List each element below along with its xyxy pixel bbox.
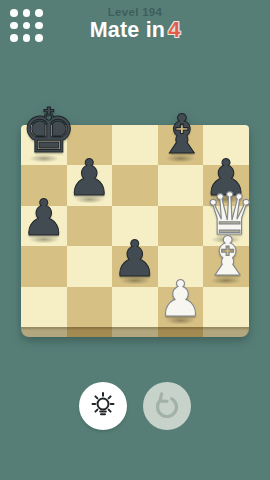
lightbulb-icon bbox=[88, 391, 118, 421]
square-b3[interactable] bbox=[67, 206, 113, 246]
board-front-edge bbox=[21, 327, 249, 337]
square-c1[interactable] bbox=[112, 287, 158, 327]
puzzle-objective: Mate in4 bbox=[0, 18, 270, 43]
piece-black-pawn-a3[interactable]: ♟ bbox=[21, 193, 67, 243]
hint-button[interactable] bbox=[79, 382, 127, 430]
square-b2[interactable] bbox=[67, 246, 113, 286]
pocket-chess-screen: Level 194 Mate in4 ♚♝♟♟♟♛♟♝♟ bbox=[0, 0, 270, 480]
piece-black-bishop-d5[interactable]: ♝ bbox=[158, 108, 204, 162]
objective-text: Mate in bbox=[90, 18, 165, 42]
square-d3[interactable] bbox=[158, 206, 204, 246]
piece-white-bishop-e2[interactable]: ♝ bbox=[203, 230, 249, 284]
puzzle-controls bbox=[0, 382, 270, 430]
square-c4[interactable] bbox=[112, 165, 158, 205]
square-a2[interactable] bbox=[21, 246, 67, 286]
square-d4[interactable] bbox=[158, 165, 204, 205]
square-e1[interactable] bbox=[203, 287, 249, 327]
piece-black-pawn-b4[interactable]: ♟ bbox=[67, 153, 113, 203]
square-a1[interactable] bbox=[21, 287, 67, 327]
level-label: Level 194 bbox=[0, 6, 270, 18]
piece-black-king-a5[interactable]: ♚ bbox=[21, 100, 67, 162]
piece-white-pawn-d1[interactable]: ♟ bbox=[158, 274, 204, 324]
piece-black-pawn-c2[interactable]: ♟ bbox=[112, 234, 158, 284]
undo-button[interactable] bbox=[143, 382, 191, 430]
chess-board: ♚♝♟♟♟♛♟♝♟ bbox=[21, 125, 249, 337]
square-c5[interactable] bbox=[112, 125, 158, 165]
mate-move-count: 4 bbox=[168, 18, 180, 42]
square-b1[interactable] bbox=[67, 287, 113, 327]
undo-arrow-icon bbox=[150, 389, 184, 423]
